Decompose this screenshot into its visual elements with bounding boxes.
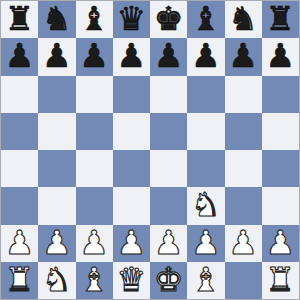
- square-e6[interactable]: [150, 76, 187, 113]
- black-pawn[interactable]: ♟: [5, 39, 35, 72]
- white-pawn[interactable]: ♟: [117, 226, 147, 259]
- square-e5[interactable]: [150, 113, 187, 150]
- square-f3[interactable]: ♞: [187, 187, 224, 224]
- white-pawn[interactable]: ♟: [5, 226, 35, 259]
- square-c8[interactable]: ♝: [76, 1, 113, 38]
- white-pawn[interactable]: ♟: [42, 226, 72, 259]
- black-pawn[interactable]: ♟: [79, 39, 109, 72]
- black-pawn[interactable]: ♟: [266, 39, 296, 72]
- square-h1[interactable]: ♜: [262, 262, 299, 299]
- square-a4[interactable]: [1, 150, 38, 187]
- square-e8[interactable]: ♚: [150, 1, 187, 38]
- square-c6[interactable]: [76, 76, 113, 113]
- square-h8[interactable]: ♜: [262, 1, 299, 38]
- square-c3[interactable]: [76, 187, 113, 224]
- square-h3[interactable]: [262, 187, 299, 224]
- black-knight[interactable]: ♞: [42, 2, 72, 35]
- square-a7[interactable]: ♟: [1, 38, 38, 75]
- square-b3[interactable]: [38, 187, 75, 224]
- square-b2[interactable]: ♟: [38, 225, 75, 262]
- square-d1[interactable]: ♛: [113, 262, 150, 299]
- square-b8[interactable]: ♞: [38, 1, 75, 38]
- white-rook[interactable]: ♜: [5, 263, 35, 296]
- black-pawn[interactable]: ♟: [191, 39, 221, 72]
- black-bishop[interactable]: ♝: [79, 2, 109, 35]
- black-bishop[interactable]: ♝: [191, 2, 221, 35]
- white-pawn[interactable]: ♟: [191, 226, 221, 259]
- square-c7[interactable]: ♟: [76, 38, 113, 75]
- white-knight[interactable]: ♞: [42, 263, 72, 296]
- black-pawn[interactable]: ♟: [228, 39, 258, 72]
- square-g7[interactable]: ♟: [225, 38, 262, 75]
- square-h6[interactable]: [262, 76, 299, 113]
- black-knight[interactable]: ♞: [228, 2, 258, 35]
- square-b7[interactable]: ♟: [38, 38, 75, 75]
- white-bishop[interactable]: ♝: [191, 263, 221, 296]
- square-f2[interactable]: ♟: [187, 225, 224, 262]
- white-queen[interactable]: ♛: [117, 263, 147, 296]
- black-pawn[interactable]: ♟: [154, 39, 184, 72]
- black-rook[interactable]: ♜: [266, 2, 296, 35]
- chess-board: ♜♞♝♛♚♝♞♜♟♟♟♟♟♟♟♟♞♟♟♟♟♟♟♟♟♜♞♝♛♚♝♜: [0, 0, 300, 300]
- black-king[interactable]: ♚: [154, 2, 184, 35]
- square-a6[interactable]: [1, 76, 38, 113]
- square-b6[interactable]: [38, 76, 75, 113]
- square-d8[interactable]: ♛: [113, 1, 150, 38]
- square-e7[interactable]: ♟: [150, 38, 187, 75]
- square-d2[interactable]: ♟: [113, 225, 150, 262]
- square-f7[interactable]: ♟: [187, 38, 224, 75]
- black-rook[interactable]: ♜: [5, 2, 35, 35]
- square-h5[interactable]: [262, 113, 299, 150]
- square-h7[interactable]: ♟: [262, 38, 299, 75]
- square-b1[interactable]: ♞: [38, 262, 75, 299]
- white-pawn[interactable]: ♟: [266, 226, 296, 259]
- square-f4[interactable]: [187, 150, 224, 187]
- white-pawn[interactable]: ♟: [154, 226, 184, 259]
- black-pawn[interactable]: ♟: [42, 39, 72, 72]
- square-g8[interactable]: ♞: [225, 1, 262, 38]
- black-pawn[interactable]: ♟: [117, 39, 147, 72]
- square-a2[interactable]: ♟: [1, 225, 38, 262]
- white-knight[interactable]: ♞: [191, 188, 221, 221]
- black-queen[interactable]: ♛: [117, 2, 147, 35]
- square-h4[interactable]: [262, 150, 299, 187]
- white-rook[interactable]: ♜: [266, 263, 296, 296]
- square-g6[interactable]: [225, 76, 262, 113]
- square-g1[interactable]: [225, 262, 262, 299]
- square-c4[interactable]: [76, 150, 113, 187]
- square-a8[interactable]: ♜: [1, 1, 38, 38]
- square-e1[interactable]: ♚: [150, 262, 187, 299]
- square-b5[interactable]: [38, 113, 75, 150]
- square-a1[interactable]: ♜: [1, 262, 38, 299]
- square-e2[interactable]: ♟: [150, 225, 187, 262]
- square-h2[interactable]: ♟: [262, 225, 299, 262]
- square-e3[interactable]: [150, 187, 187, 224]
- square-e4[interactable]: [150, 150, 187, 187]
- square-f6[interactable]: [187, 76, 224, 113]
- square-f1[interactable]: ♝: [187, 262, 224, 299]
- square-c1[interactable]: ♝: [76, 262, 113, 299]
- square-d3[interactable]: [113, 187, 150, 224]
- white-king[interactable]: ♚: [154, 263, 184, 296]
- square-g2[interactable]: ♟: [225, 225, 262, 262]
- square-d6[interactable]: [113, 76, 150, 113]
- square-f5[interactable]: [187, 113, 224, 150]
- square-g3[interactable]: [225, 187, 262, 224]
- square-d7[interactable]: ♟: [113, 38, 150, 75]
- square-b4[interactable]: [38, 150, 75, 187]
- white-pawn[interactable]: ♟: [79, 226, 109, 259]
- white-pawn[interactable]: ♟: [228, 226, 258, 259]
- square-d5[interactable]: [113, 113, 150, 150]
- square-g5[interactable]: [225, 113, 262, 150]
- white-bishop[interactable]: ♝: [79, 263, 109, 296]
- square-c5[interactable]: [76, 113, 113, 150]
- square-a5[interactable]: [1, 113, 38, 150]
- square-a3[interactable]: [1, 187, 38, 224]
- square-g4[interactable]: [225, 150, 262, 187]
- square-f8[interactable]: ♝: [187, 1, 224, 38]
- square-d4[interactable]: [113, 150, 150, 187]
- square-c2[interactable]: ♟: [76, 225, 113, 262]
